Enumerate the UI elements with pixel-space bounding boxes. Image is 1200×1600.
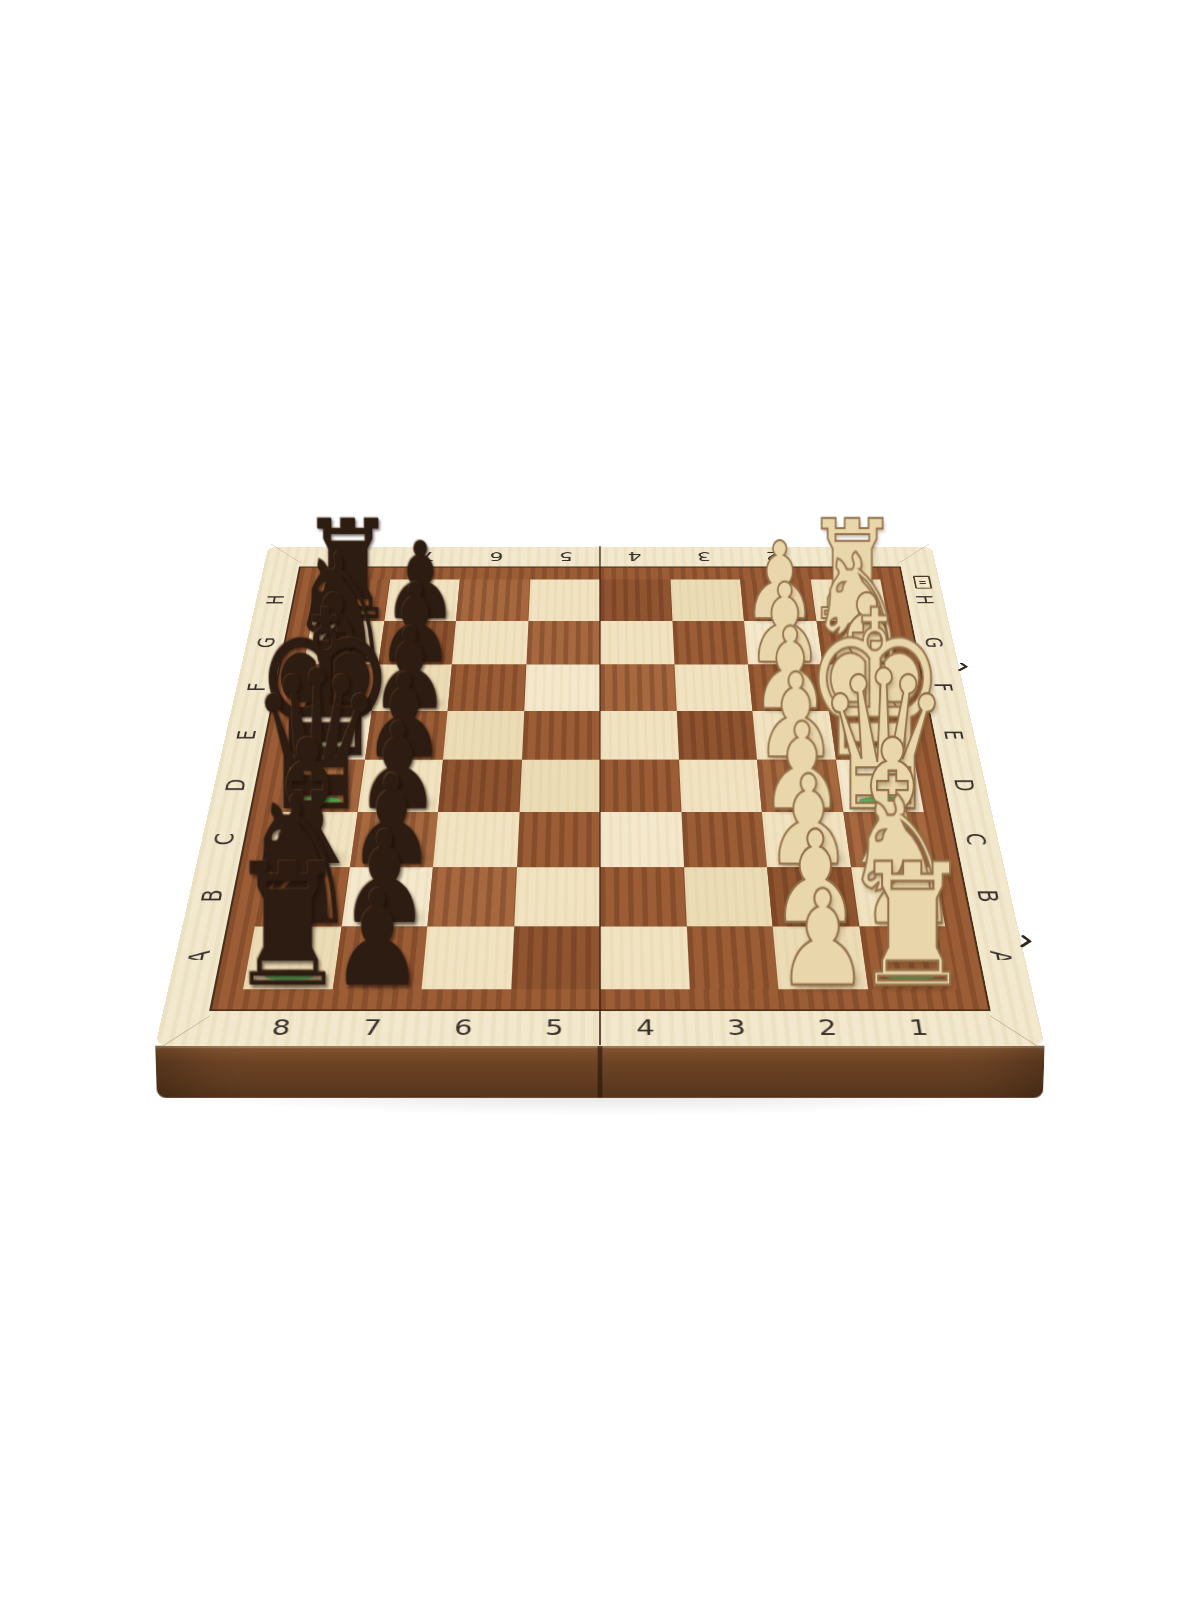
square-c6 bbox=[433, 812, 519, 867]
square-c4 bbox=[600, 812, 684, 867]
square-c3 bbox=[681, 812, 767, 867]
square-a5 bbox=[511, 926, 600, 989]
near-rank-label-5: 5 bbox=[508, 1009, 600, 1045]
square-a7: ♟ bbox=[332, 926, 427, 989]
near-rank-label-2: 2 bbox=[780, 1009, 875, 1045]
square-a4 bbox=[600, 926, 689, 989]
board-side-edge bbox=[155, 1046, 1044, 1098]
square-f6 bbox=[448, 665, 526, 711]
square-g5 bbox=[526, 621, 600, 665]
fold-seam bbox=[599, 546, 601, 1045]
square-g3 bbox=[672, 621, 748, 665]
far-rank-label-6: 6 bbox=[461, 546, 531, 567]
far-rank-label-5: 5 bbox=[530, 546, 600, 567]
near-rank-label-1: 1 bbox=[871, 1009, 968, 1045]
square-d6 bbox=[438, 760, 521, 812]
square-h6 bbox=[456, 580, 530, 621]
square-d3 bbox=[679, 760, 762, 812]
square-e5 bbox=[521, 711, 600, 760]
square-a6 bbox=[422, 926, 514, 989]
square-g4 bbox=[600, 621, 674, 665]
square-d5 bbox=[519, 760, 600, 812]
square-h4 bbox=[600, 580, 672, 621]
square-f3 bbox=[674, 665, 752, 711]
near-rank-label-3: 3 bbox=[690, 1009, 784, 1045]
square-b6 bbox=[427, 867, 516, 926]
chessboard: ♜♟♟♜♞♟♟♞♝♟♟♝♚♟♟♚♛♟♟♛♝♟♟♝♞♟♟♞♜♟♟♜ 8765432… bbox=[155, 547, 1044, 1046]
near-rank-label-4: 4 bbox=[600, 1009, 692, 1045]
square-e3 bbox=[676, 711, 757, 760]
chessboard-scene: ♜♟♟♜♞♟♟♞♝♟♟♝♚♟♟♚♛♟♟♛♝♟♟♝♞♟♟♞♜♟♟♜ 8765432… bbox=[220, 380, 980, 1140]
square-e4 bbox=[600, 711, 679, 760]
square-f4 bbox=[600, 665, 676, 711]
square-b3 bbox=[684, 867, 773, 926]
far-rank-label-4: 4 bbox=[600, 546, 670, 567]
far-rank-label-3: 3 bbox=[669, 546, 739, 567]
near-rank-label-7: 7 bbox=[324, 1009, 419, 1045]
square-b5 bbox=[514, 867, 600, 926]
square-a8: ♜ bbox=[243, 926, 341, 989]
fold-seam-side bbox=[598, 1046, 603, 1098]
square-g6 bbox=[452, 621, 528, 665]
product-photo-canvas: ♜♟♟♜♞♟♟♞♝♟♟♝♚♟♟♚♛♟♟♛♝♟♟♝♞♟♟♞♜♟♟♜ 8765432… bbox=[0, 0, 1200, 1600]
square-h5 bbox=[528, 580, 600, 621]
near-rank-label-8: 8 bbox=[232, 1009, 329, 1045]
square-c5 bbox=[516, 812, 600, 867]
square-a3 bbox=[686, 926, 778, 989]
square-a1: ♜ bbox=[859, 926, 957, 989]
piece-black-pawn-a7: ♟ bbox=[330, 874, 424, 1006]
piece-white-rook-a1: ♜ bbox=[852, 841, 972, 1011]
square-h3 bbox=[670, 580, 744, 621]
square-f5 bbox=[524, 665, 600, 711]
square-e6 bbox=[443, 711, 524, 760]
near-rank-label-6: 6 bbox=[416, 1009, 510, 1045]
square-d4 bbox=[600, 760, 681, 812]
square-b4 bbox=[600, 867, 686, 926]
